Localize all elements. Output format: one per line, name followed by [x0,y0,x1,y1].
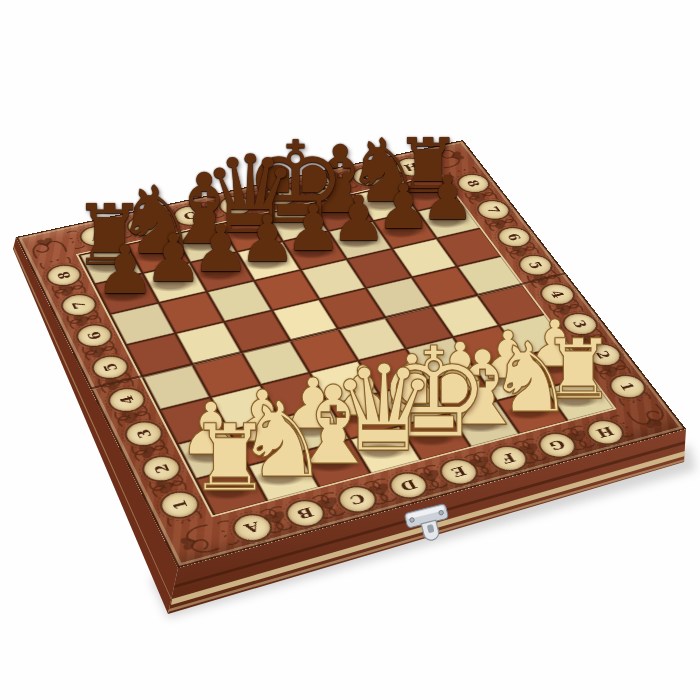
clasp [398,496,462,560]
product-photo-stage: AA88BB77CC66DD55EE44FF33GG22HH11 ♜♞♝♛♚♝♞… [0,0,700,700]
